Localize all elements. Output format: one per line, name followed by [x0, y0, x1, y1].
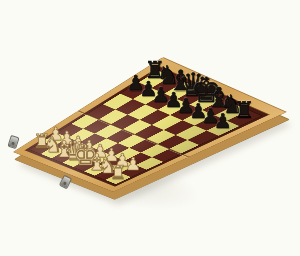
piece-black-pawn-h7[interactable]: ♟	[214, 111, 232, 131]
product-photo-stage: ♜♞♝♛♚♝♞♜♟♟♟♟♟♟♟♟♟♟♟♟♟♟♟♟♜♞♝♛♚♝♞♜	[0, 0, 300, 256]
piece-white-rook-h1[interactable]: ♜	[109, 162, 126, 181]
piece-black-rook-h8[interactable]: ♜	[234, 99, 255, 122]
piece-white-pawn-h2[interactable]: ♟	[125, 156, 141, 174]
